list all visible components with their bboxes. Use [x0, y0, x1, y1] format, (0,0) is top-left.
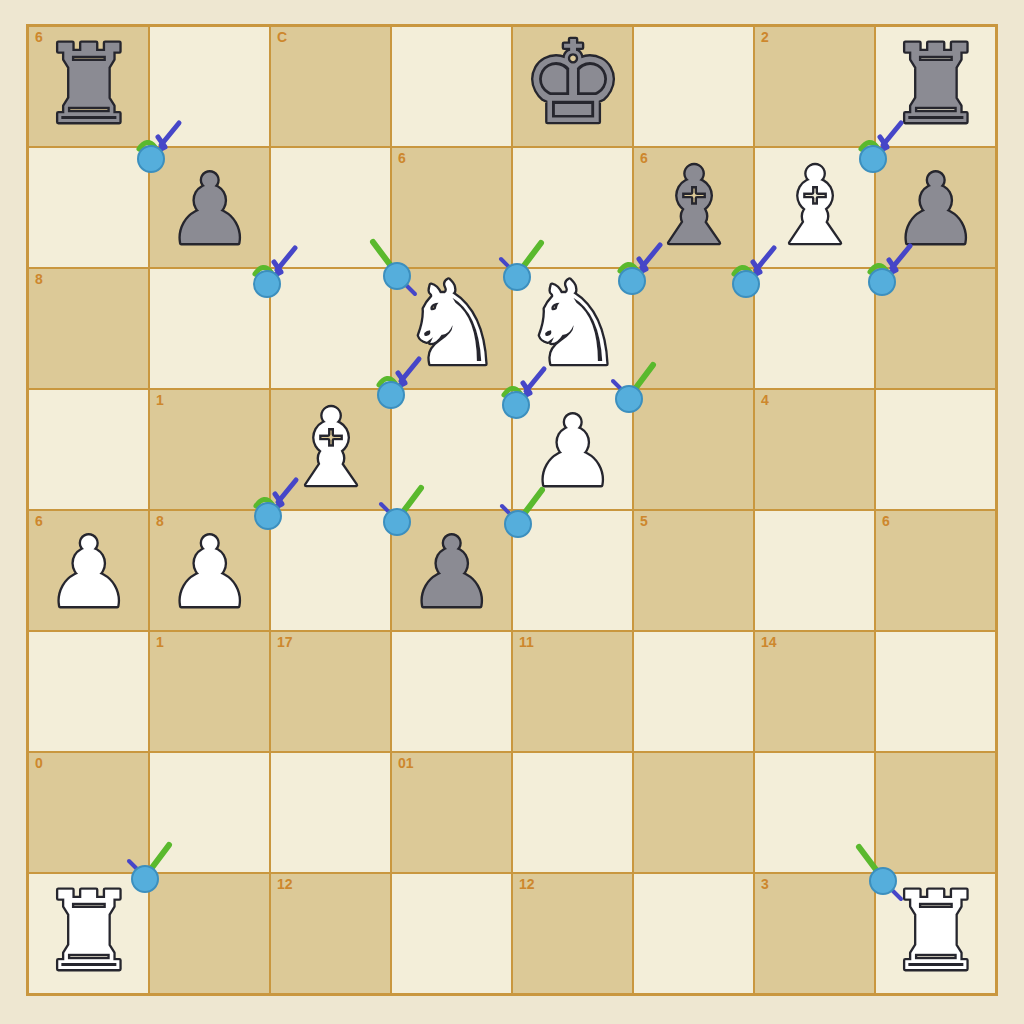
- square-r2c4[interactable]: 6: [391, 147, 512, 268]
- square-r5c1[interactable]: 6 ♟: [28, 510, 149, 631]
- black-rook[interactable]: ♜: [877, 25, 995, 143]
- white-pawn[interactable]: ♟: [30, 509, 148, 627]
- square-r6c3[interactable]: 17: [270, 631, 391, 752]
- square-number-label: 12: [277, 877, 293, 891]
- square-r7c5[interactable]: [512, 752, 633, 873]
- square-number-label: 1: [156, 635, 164, 649]
- square-r3c7[interactable]: [754, 268, 875, 389]
- square-r6c4[interactable]: [391, 631, 512, 752]
- square-r8c4[interactable]: [391, 873, 512, 994]
- svg-text:♝: ♝: [646, 144, 741, 268]
- white-bishop[interactable]: ♝: [756, 146, 874, 264]
- square-r3c5[interactable]: ♞: [512, 268, 633, 389]
- square-r5c2[interactable]: 8 ♟: [149, 510, 270, 631]
- black-king[interactable]: ♚: [514, 25, 632, 143]
- square-r4c1[interactable]: [28, 389, 149, 510]
- square-number-label: 6: [398, 151, 406, 165]
- square-number-label: 5: [640, 514, 648, 528]
- square-r7c3[interactable]: [270, 752, 391, 873]
- square-r2c1[interactable]: [28, 147, 149, 268]
- square-r3c3[interactable]: [270, 268, 391, 389]
- square-r8c5[interactable]: 12: [512, 873, 633, 994]
- white-knight[interactable]: ♞: [514, 267, 632, 385]
- square-r4c3[interactable]: ♝: [270, 389, 391, 510]
- square-r1c4[interactable]: [391, 26, 512, 147]
- svg-text:♝: ♝: [767, 144, 862, 268]
- square-r5c3[interactable]: [270, 510, 391, 631]
- square-number-label: 3: [761, 877, 769, 891]
- svg-text:♜: ♜: [40, 21, 137, 148]
- square-r1c6[interactable]: [633, 26, 754, 147]
- square-r7c6[interactable]: [633, 752, 754, 873]
- square-r3c8[interactable]: [875, 268, 996, 389]
- square-number-label: C: [277, 30, 287, 44]
- black-rook[interactable]: ♜: [30, 25, 148, 143]
- square-r8c8[interactable]: ♜: [875, 873, 996, 994]
- white-rook[interactable]: ♜: [30, 872, 148, 990]
- square-r8c2[interactable]: [149, 873, 270, 994]
- square-number-label: 01: [398, 756, 414, 770]
- square-number-label: 14: [761, 635, 777, 649]
- square-number-label: 0: [35, 756, 43, 770]
- square-r4c5[interactable]: ♟: [512, 389, 633, 510]
- svg-text:♟: ♟: [408, 516, 495, 629]
- black-pawn[interactable]: ♟: [877, 146, 995, 264]
- svg-text:♟: ♟: [45, 516, 132, 629]
- square-r4c4[interactable]: [391, 389, 512, 510]
- square-r7c7[interactable]: [754, 752, 875, 873]
- square-r6c8[interactable]: [875, 631, 996, 752]
- square-r3c4[interactable]: ♞: [391, 268, 512, 389]
- black-pawn[interactable]: ♟: [151, 146, 269, 264]
- square-r5c6[interactable]: 5: [633, 510, 754, 631]
- square-r7c1[interactable]: 0: [28, 752, 149, 873]
- square-r6c2[interactable]: 1: [149, 631, 270, 752]
- square-r6c5[interactable]: 11: [512, 631, 633, 752]
- square-r8c6[interactable]: [633, 873, 754, 994]
- chess-board[interactable]: 6 ♜ C ♚ 2 ♜ ♟ 66 ♝ ♝ ♟ 8 ♞: [26, 24, 998, 996]
- svg-text:♜: ♜: [887, 868, 984, 995]
- square-r7c8[interactable]: [875, 752, 996, 873]
- square-r4c7[interactable]: 4: [754, 389, 875, 510]
- black-pawn[interactable]: ♟: [393, 509, 511, 627]
- square-r4c2[interactable]: 1: [149, 389, 270, 510]
- square-r2c2[interactable]: ♟: [149, 147, 270, 268]
- square-r8c3[interactable]: 12: [270, 873, 391, 994]
- square-r2c5[interactable]: [512, 147, 633, 268]
- chess-position-page: 6 ♜ C ♚ 2 ♜ ♟ 66 ♝ ♝ ♟ 8 ♞: [0, 0, 1024, 1024]
- white-rook[interactable]: ♜: [877, 872, 995, 990]
- svg-text:♟: ♟: [166, 516, 253, 629]
- square-r3c1[interactable]: 8: [28, 268, 149, 389]
- square-r7c4[interactable]: 01: [391, 752, 512, 873]
- square-r1c8[interactable]: ♜: [875, 26, 996, 147]
- square-r1c1[interactable]: 6 ♜: [28, 26, 149, 147]
- svg-text:♝: ♝: [283, 386, 378, 510]
- svg-text:♟: ♟: [892, 153, 979, 266]
- svg-text:♜: ♜: [40, 868, 137, 995]
- svg-text:♜: ♜: [887, 21, 984, 148]
- square-r5c5[interactable]: [512, 510, 633, 631]
- square-r1c2[interactable]: [149, 26, 270, 147]
- white-pawn[interactable]: ♟: [151, 509, 269, 627]
- square-number-label: 4: [761, 393, 769, 407]
- square-r6c7[interactable]: 14: [754, 631, 875, 752]
- svg-text:♟: ♟: [529, 395, 616, 508]
- square-number-label: 17: [277, 635, 293, 649]
- white-bishop[interactable]: ♝: [272, 388, 390, 506]
- square-r8c1[interactable]: ♜: [28, 873, 149, 994]
- square-number-label: 2: [761, 30, 769, 44]
- svg-text:♞: ♞: [521, 257, 625, 391]
- svg-text:♚: ♚: [522, 17, 624, 149]
- square-r5c8[interactable]: 6: [875, 510, 996, 631]
- white-knight[interactable]: ♞: [393, 267, 511, 385]
- square-r2c7[interactable]: ♝: [754, 147, 875, 268]
- square-r3c6[interactable]: [633, 268, 754, 389]
- square-r8c7[interactable]: 3: [754, 873, 875, 994]
- square-r7c2[interactable]: [149, 752, 270, 873]
- square-number-label: 1: [156, 393, 164, 407]
- square-number-label: 8: [35, 272, 43, 286]
- square-r1c5[interactable]: ♚: [512, 26, 633, 147]
- svg-text:♟: ♟: [166, 153, 253, 266]
- square-r2c6[interactable]: 6 ♝: [633, 147, 754, 268]
- square-r3c2[interactable]: [149, 268, 270, 389]
- square-number-label: 12: [519, 877, 535, 891]
- square-r4c8[interactable]: [875, 389, 996, 510]
- svg-text:♞: ♞: [400, 257, 504, 391]
- square-r6c1[interactable]: [28, 631, 149, 752]
- square-r2c3[interactable]: [270, 147, 391, 268]
- square-number-label: 11: [519, 635, 534, 649]
- square-r1c7[interactable]: 2: [754, 26, 875, 147]
- square-r5c4[interactable]: ♟: [391, 510, 512, 631]
- square-r5c7[interactable]: [754, 510, 875, 631]
- square-number-label: 6: [882, 514, 890, 528]
- square-r1c3[interactable]: C: [270, 26, 391, 147]
- black-bishop[interactable]: ♝: [635, 146, 753, 264]
- square-r4c6[interactable]: [633, 389, 754, 510]
- square-r6c6[interactable]: [633, 631, 754, 752]
- square-r2c8[interactable]: ♟: [875, 147, 996, 268]
- white-pawn[interactable]: ♟: [514, 388, 632, 506]
